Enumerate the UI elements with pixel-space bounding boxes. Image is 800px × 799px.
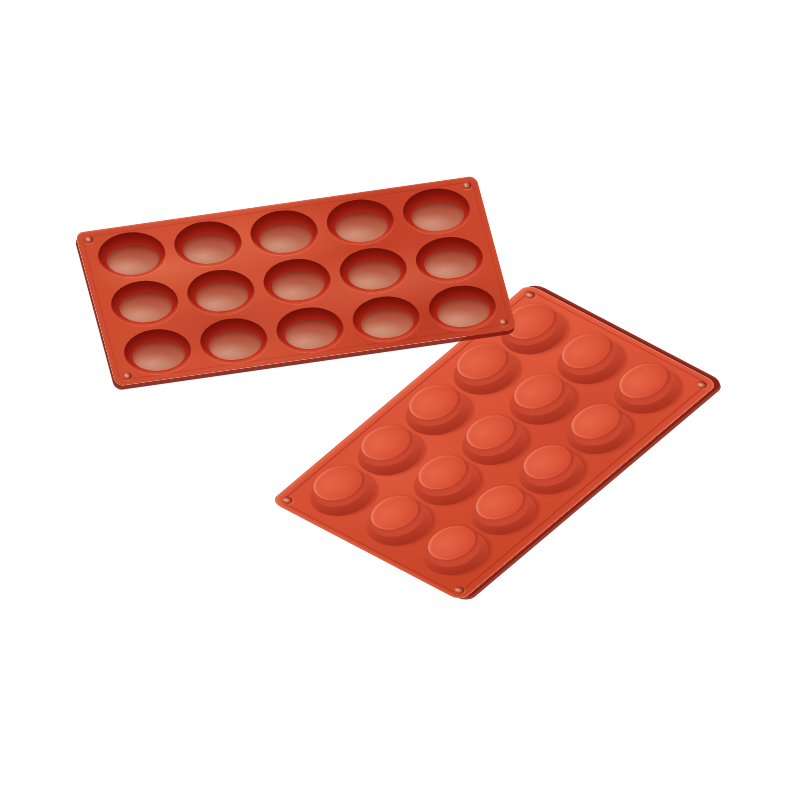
mold-cavity bbox=[398, 185, 475, 238]
mold-cavity bbox=[169, 217, 246, 270]
product-photo-stage bbox=[0, 0, 800, 799]
mold-cavity bbox=[348, 292, 425, 345]
cavity-floor bbox=[205, 326, 265, 363]
mold-cavity bbox=[119, 325, 196, 378]
mold-cavity bbox=[424, 281, 501, 334]
mold-cavity bbox=[246, 207, 323, 260]
cavity-floor bbox=[255, 219, 315, 256]
mold-cavity bbox=[322, 196, 399, 249]
cavity-floor bbox=[420, 245, 480, 282]
cavity-floor bbox=[408, 197, 468, 234]
mold-cavity bbox=[259, 255, 336, 308]
cavity-floor bbox=[116, 289, 176, 326]
mold-cavity bbox=[195, 314, 272, 367]
mold-cavity bbox=[106, 277, 183, 330]
mold-cavity bbox=[335, 244, 412, 297]
mold-cavity bbox=[182, 266, 259, 319]
cavity-floor bbox=[268, 267, 328, 304]
cavity-floor bbox=[281, 315, 341, 352]
cavity-floor bbox=[344, 256, 404, 293]
cavity-floor bbox=[357, 304, 417, 341]
mold-cavity bbox=[411, 233, 488, 286]
cavity-floor bbox=[179, 230, 239, 267]
cavity-floor bbox=[192, 278, 252, 315]
cavity-floor bbox=[433, 293, 493, 330]
cavity-floor bbox=[129, 337, 189, 374]
cavity-floor bbox=[103, 241, 163, 278]
mold-cavity bbox=[93, 228, 170, 281]
cavity-floor bbox=[331, 208, 391, 245]
mold-cavity bbox=[271, 303, 348, 356]
